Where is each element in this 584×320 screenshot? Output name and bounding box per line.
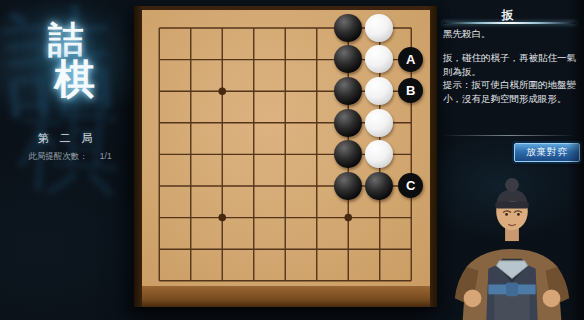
hint-text: 提示：扳可使白棋所圍的地盤變小，沒有足夠空間形成眼形。 [443,78,576,106]
white-stone [365,140,393,168]
sidebar: 詰 棋 詰 棋 第 二 局 此局提醒次數：1/1 [0,0,134,320]
board-cell[interactable] [175,44,207,76]
board-cell[interactable] [364,233,396,265]
white-stone [365,45,393,73]
board-cell[interactable] [175,233,207,265]
board-cell[interactable] [238,75,270,107]
board-cell[interactable] [238,44,270,76]
board-cell[interactable] [332,44,364,76]
board-cell[interactable] [332,12,364,44]
board-cell[interactable] [206,12,238,44]
panel-divider [443,135,576,136]
board-cell[interactable] [301,44,333,76]
board-cell[interactable] [238,233,270,265]
white-stone [365,109,393,137]
game-title-char: 棋 [54,52,95,107]
board-cell[interactable] [206,75,238,107]
board-cell[interactable] [269,233,301,265]
puzzle-goal-text: 黑先殺白。 [443,27,576,41]
board-cell[interactable] [269,44,301,76]
board-grid: ABC [143,12,427,296]
board-cell[interactable] [332,138,364,170]
puzzle-description: 黑先殺白。 扳，碰住的棋子，再被貼住一氣則為扳。 提示：扳可使白棋所圍的地盤變小… [443,27,576,106]
board-cell[interactable] [395,12,427,44]
board-surface: ABC [142,10,430,286]
board-cell[interactable] [175,202,207,234]
board-cell[interactable] [301,107,333,139]
title-divider [443,22,576,24]
board-cell[interactable] [143,202,175,234]
board-cell[interactable] [143,138,175,170]
board-cell[interactable] [175,138,207,170]
board-cell[interactable] [143,12,175,44]
board-front-edge [142,286,430,307]
board-cell[interactable] [269,138,301,170]
board-cell[interactable] [301,12,333,44]
hint-counter: 此局提醒次數：1/1 [0,151,140,163]
board-cell[interactable] [364,12,396,44]
board-cell[interactable] [301,202,333,234]
board-cell[interactable] [269,202,301,234]
board-cell[interactable] [206,233,238,265]
npc-character-illustration [442,172,582,320]
board-cell[interactable] [206,107,238,139]
move-option-a[interactable]: A [398,47,423,72]
board-cell[interactable] [301,233,333,265]
resign-button[interactable]: 放棄對弈 [514,143,580,162]
board-cell[interactable] [364,202,396,234]
board-cell[interactable] [395,107,427,139]
board-cell[interactable]: B [395,75,427,107]
board-cell[interactable] [175,12,207,44]
board-cell[interactable] [269,75,301,107]
board-cell[interactable] [332,107,364,139]
board-cell[interactable] [301,170,333,202]
board-cell[interactable] [206,170,238,202]
board-cell[interactable] [395,233,427,265]
board-cell[interactable] [175,107,207,139]
technique-definition-text: 扳，碰住的棋子，再被貼住一氣則為扳。 [443,51,576,79]
board-cell[interactable] [238,12,270,44]
board-cell[interactable] [364,138,396,170]
board-cell[interactable] [206,44,238,76]
black-stone [334,140,362,168]
board-cell[interactable] [143,44,175,76]
board-cell[interactable] [364,44,396,76]
hint-counter-value: 1/1 [100,151,112,161]
board-cell[interactable] [395,138,427,170]
board-cell[interactable] [301,138,333,170]
board-cell[interactable] [175,170,207,202]
black-stone [334,14,362,42]
board-cell[interactable] [395,202,427,234]
black-stone [334,77,362,105]
black-stone [334,109,362,137]
board-cell[interactable]: A [395,44,427,76]
board-cell[interactable] [332,202,364,234]
move-option-b[interactable]: B [398,78,423,103]
go-board: ABC [134,6,437,307]
board-cell[interactable] [364,107,396,139]
board-cell[interactable] [332,75,364,107]
board-cell[interactable] [238,138,270,170]
board-cell[interactable] [332,233,364,265]
board-cell[interactable] [143,170,175,202]
black-stone [365,172,393,200]
board-cell[interactable] [175,75,207,107]
board-cell[interactable] [143,75,175,107]
board-cell[interactable] [238,170,270,202]
round-label: 第 二 局 [0,131,134,146]
board-cell[interactable] [269,12,301,44]
board-cell[interactable] [301,75,333,107]
board-cell[interactable] [206,202,238,234]
hint-counter-label: 此局提醒次數： [28,151,88,161]
white-stone [365,77,393,105]
board-cell[interactable] [364,75,396,107]
move-option-c[interactable]: C [398,173,423,198]
board-cell[interactable] [269,170,301,202]
board-cell[interactable] [143,107,175,139]
board-cell[interactable]: C [395,170,427,202]
board-cell[interactable] [238,107,270,139]
white-stone [365,14,393,42]
board-cell[interactable] [238,202,270,234]
black-stone [334,45,362,73]
board-cell[interactable] [206,138,238,170]
board-cell[interactable] [269,107,301,139]
board-cell[interactable] [364,170,396,202]
black-stone [334,172,362,200]
board-cell[interactable] [143,233,175,265]
board-cell[interactable] [332,170,364,202]
